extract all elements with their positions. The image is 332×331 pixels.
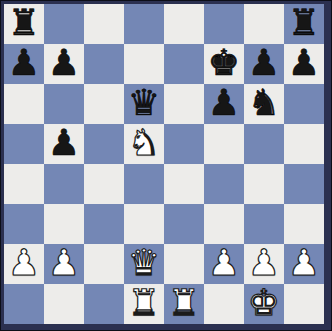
black-pawn-piece[interactable]: ♟	[248, 44, 280, 83]
square-e1[interactable]: ♜	[164, 284, 204, 324]
square-h1[interactable]	[284, 284, 324, 324]
square-h6[interactable]	[284, 84, 324, 124]
square-c3[interactable]	[84, 204, 124, 244]
black-rook-piece[interactable]: ♜	[8, 4, 40, 43]
square-g3[interactable]	[244, 204, 284, 244]
square-g7[interactable]: ♟	[244, 44, 284, 84]
black-queen-piece[interactable]: ♛	[128, 84, 160, 123]
black-pawn-piece[interactable]: ♟	[288, 44, 320, 83]
black-king-piece[interactable]: ♚	[208, 44, 240, 83]
square-e6[interactable]	[164, 84, 204, 124]
square-d2[interactable]: ♛	[124, 244, 164, 284]
square-e7[interactable]	[164, 44, 204, 84]
black-pawn-piece[interactable]: ♟	[48, 44, 80, 83]
square-a7[interactable]: ♟	[4, 44, 44, 84]
square-b6[interactable]	[44, 84, 84, 124]
white-pawn-piece[interactable]: ♟	[208, 244, 240, 283]
square-e8[interactable]	[164, 4, 204, 44]
square-g6[interactable]: ♞	[244, 84, 284, 124]
square-c7[interactable]	[84, 44, 124, 84]
square-h3[interactable]	[284, 204, 324, 244]
black-pawn-piece[interactable]: ♟	[48, 124, 80, 163]
square-f2[interactable]: ♟	[204, 244, 244, 284]
square-a1[interactable]	[4, 284, 44, 324]
square-e4[interactable]	[164, 164, 204, 204]
square-f3[interactable]	[204, 204, 244, 244]
square-a3[interactable]	[4, 204, 44, 244]
square-g1[interactable]: ♚	[244, 284, 284, 324]
square-b2[interactable]: ♟	[44, 244, 84, 284]
chess-board-frame: ♜♜♟♟♚♟♟♛♟♞♟♞♟♟♛♟♟♟♜♜♚	[0, 0, 332, 331]
square-h4[interactable]	[284, 164, 324, 204]
square-d1[interactable]: ♜	[124, 284, 164, 324]
square-d7[interactable]	[124, 44, 164, 84]
square-g2[interactable]: ♟	[244, 244, 284, 284]
square-h7[interactable]: ♟	[284, 44, 324, 84]
square-b8[interactable]	[44, 4, 84, 44]
square-b4[interactable]	[44, 164, 84, 204]
square-f6[interactable]: ♟	[204, 84, 244, 124]
square-g8[interactable]	[244, 4, 284, 44]
square-e5[interactable]	[164, 124, 204, 164]
square-h5[interactable]	[284, 124, 324, 164]
square-d4[interactable]	[124, 164, 164, 204]
white-pawn-piece[interactable]: ♟	[48, 244, 80, 283]
black-pawn-piece[interactable]: ♟	[8, 44, 40, 83]
square-f1[interactable]	[204, 284, 244, 324]
white-pawn-piece[interactable]: ♟	[288, 244, 320, 283]
square-c1[interactable]	[84, 284, 124, 324]
square-f7[interactable]: ♚	[204, 44, 244, 84]
square-c5[interactable]	[84, 124, 124, 164]
white-rook-piece[interactable]: ♜	[168, 284, 200, 323]
chess-board[interactable]: ♜♜♟♟♚♟♟♛♟♞♟♞♟♟♛♟♟♟♜♜♚	[4, 4, 324, 324]
white-queen-piece[interactable]: ♛	[128, 244, 160, 283]
square-e2[interactable]	[164, 244, 204, 284]
black-knight-piece[interactable]: ♞	[248, 84, 280, 123]
square-a6[interactable]	[4, 84, 44, 124]
square-e3[interactable]	[164, 204, 204, 244]
square-a2[interactable]: ♟	[4, 244, 44, 284]
square-b3[interactable]	[44, 204, 84, 244]
square-c8[interactable]	[84, 4, 124, 44]
square-d5[interactable]: ♞	[124, 124, 164, 164]
square-c2[interactable]	[84, 244, 124, 284]
square-f5[interactable]	[204, 124, 244, 164]
square-a5[interactable]	[4, 124, 44, 164]
square-d6[interactable]: ♛	[124, 84, 164, 124]
white-pawn-piece[interactable]: ♟	[248, 244, 280, 283]
square-f8[interactable]	[204, 4, 244, 44]
square-b7[interactable]: ♟	[44, 44, 84, 84]
square-g5[interactable]	[244, 124, 284, 164]
square-d8[interactable]	[124, 4, 164, 44]
white-king-piece[interactable]: ♚	[248, 284, 280, 323]
square-b1[interactable]	[44, 284, 84, 324]
square-c4[interactable]	[84, 164, 124, 204]
square-a8[interactable]: ♜	[4, 4, 44, 44]
square-h2[interactable]: ♟	[284, 244, 324, 284]
square-b5[interactable]: ♟	[44, 124, 84, 164]
square-f4[interactable]	[204, 164, 244, 204]
white-pawn-piece[interactable]: ♟	[8, 244, 40, 283]
white-rook-piece[interactable]: ♜	[128, 284, 160, 323]
black-rook-piece[interactable]: ♜	[288, 4, 320, 43]
square-g4[interactable]	[244, 164, 284, 204]
white-knight-piece[interactable]: ♞	[128, 124, 160, 163]
square-d3[interactable]	[124, 204, 164, 244]
square-c6[interactable]	[84, 84, 124, 124]
square-a4[interactable]	[4, 164, 44, 204]
black-pawn-piece[interactable]: ♟	[208, 84, 240, 123]
square-h8[interactable]: ♜	[284, 4, 324, 44]
